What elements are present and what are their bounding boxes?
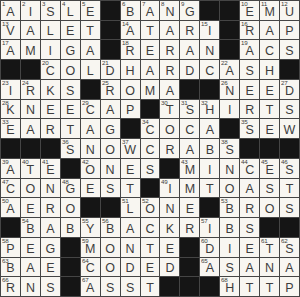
letter-cell[interactable]: E: [41, 100, 61, 120]
letter-cell[interactable]: 43M: [180, 159, 200, 179]
cell-letter: T: [260, 282, 279, 295]
letter-cell[interactable]: O: [61, 60, 81, 80]
letter-cell[interactable]: 22A: [220, 60, 240, 80]
letter-cell[interactable]: A: [141, 60, 161, 80]
letter-cell[interactable]: S: [260, 179, 280, 199]
cell-letter: G: [61, 45, 80, 58]
letter-cell[interactable]: S: [101, 277, 121, 297]
letter-cell[interactable]: E: [240, 238, 260, 258]
letter-cell[interactable]: E: [260, 80, 280, 100]
letter-cell[interactable]: R: [180, 21, 200, 41]
letter-cell[interactable]: 48G: [61, 179, 81, 199]
black-cell: [160, 277, 180, 297]
letter-cell[interactable]: G: [101, 119, 121, 139]
letter-cell[interactable]: L: [81, 60, 101, 80]
cell-letter: E: [81, 6, 100, 19]
letter-cell[interactable]: 46S: [280, 159, 300, 179]
cell-letter: T: [260, 104, 279, 117]
letter-cell[interactable]: T: [81, 21, 101, 41]
cell-letter: M: [21, 45, 40, 58]
cell-letter: L: [121, 203, 140, 216]
letter-cell[interactable]: 36S: [61, 139, 81, 159]
cell-letter: A: [160, 85, 179, 98]
letter-cell[interactable]: C: [200, 60, 220, 80]
letter-cell[interactable]: 24R: [21, 80, 41, 100]
letter-cell[interactable]: M: [180, 179, 200, 199]
letter-cell[interactable]: 13V: [1, 21, 21, 41]
letter-cell[interactable]: 31S: [180, 100, 200, 120]
cell-letter: A: [1, 164, 20, 177]
letter-cell[interactable]: N: [260, 258, 280, 278]
letter-cell[interactable]: 35S: [240, 119, 260, 139]
letter-cell[interactable]: H: [121, 60, 141, 80]
letter-cell[interactable]: 61T: [260, 238, 280, 258]
letter-cell[interactable]: T: [141, 277, 161, 297]
cell-letter: E: [41, 104, 60, 117]
cell-letter: S: [280, 104, 299, 117]
cell-letter: I: [220, 243, 239, 256]
letter-cell[interactable]: A: [21, 258, 41, 278]
letter-cell[interactable]: G: [61, 40, 81, 60]
letter-cell[interactable]: 42O: [81, 159, 101, 179]
black-cell: [200, 80, 220, 100]
cell-letter: T: [141, 282, 160, 295]
letter-cell[interactable]: 30T: [160, 100, 180, 120]
cell-letter: E: [1, 124, 20, 137]
letter-cell[interactable]: E: [21, 238, 41, 258]
letter-cell[interactable]: S: [41, 277, 61, 297]
black-cell: [61, 277, 81, 297]
letter-cell[interactable]: T: [141, 21, 161, 41]
cell-letter: A: [180, 45, 199, 58]
letter-cell[interactable]: T: [260, 277, 280, 297]
cell-letter: S: [240, 65, 259, 78]
letter-cell[interactable]: P: [121, 100, 141, 120]
cell-letter: P: [1, 243, 20, 256]
black-cell: [141, 100, 161, 120]
cell-letter: N: [260, 262, 279, 275]
cell-letter: S: [121, 282, 140, 295]
letter-cell[interactable]: 27D: [280, 80, 300, 100]
letter-cell[interactable]: 56B: [101, 218, 121, 238]
cell-letter: L: [61, 6, 80, 19]
letter-cell[interactable]: M: [21, 40, 41, 60]
letter-cell[interactable]: 37W: [121, 139, 141, 159]
cell-letter: H: [220, 282, 239, 295]
cell-letter: H: [121, 65, 140, 78]
cell-letter: B: [121, 6, 140, 19]
black-cell: [1, 139, 21, 159]
letter-cell[interactable]: N: [101, 159, 121, 179]
letter-cell[interactable]: I: [220, 238, 240, 258]
letter-cell[interactable]: O: [21, 179, 41, 199]
letter-cell[interactable]: N: [220, 159, 240, 179]
letter-cell[interactable]: 1A: [1, 1, 21, 21]
cell-letter: A: [180, 144, 199, 157]
letter-cell[interactable]: 64C: [81, 258, 101, 278]
black-cell: [1, 218, 21, 238]
letter-cell[interactable]: E: [180, 198, 200, 218]
letter-cell[interactable]: 19A: [240, 40, 260, 60]
letter-cell[interactable]: S: [61, 80, 81, 100]
letter-cell[interactable]: 8N: [160, 1, 180, 21]
cell-letter: E: [41, 164, 60, 177]
letter-cell[interactable]: A: [280, 258, 300, 278]
letter-cell[interactable]: A: [121, 218, 141, 238]
letter-cell[interactable]: H: [260, 60, 280, 80]
cell-letter: T: [141, 25, 160, 38]
letter-cell[interactable]: D: [180, 60, 200, 80]
black-cell: [21, 60, 41, 80]
cell-letter: T: [160, 104, 179, 117]
cell-letter: A: [240, 262, 259, 275]
cell-letter: O: [141, 203, 160, 216]
letter-cell[interactable]: D: [121, 258, 141, 278]
letter-cell[interactable]: 17A: [1, 40, 21, 60]
cell-letter: E: [240, 243, 259, 256]
letter-cell[interactable]: 44C: [240, 159, 260, 179]
cell-letter: R: [180, 25, 199, 38]
letter-cell[interactable]: 38S: [220, 139, 240, 159]
letter-cell[interactable]: T: [240, 277, 260, 297]
black-cell: [220, 1, 240, 21]
letter-cell[interactable]: B: [220, 218, 240, 238]
letter-cell[interactable]: T: [200, 179, 220, 199]
letter-cell[interactable]: R: [160, 139, 180, 159]
letter-cell[interactable]: T: [61, 119, 81, 139]
letter-cell[interactable]: 68H: [220, 277, 240, 297]
cell-letter: E: [141, 262, 160, 275]
cell-letter: G: [180, 6, 199, 19]
letter-cell[interactable]: E: [81, 179, 101, 199]
letter-cell[interactable]: E: [260, 119, 280, 139]
letter-cell[interactable]: 29C: [81, 100, 101, 120]
cell-letter: T: [61, 124, 80, 137]
cell-letter: A: [81, 45, 100, 58]
cell-letter: B: [220, 203, 239, 216]
cell-letter: M: [81, 243, 100, 256]
letter-cell[interactable]: 40T: [21, 159, 41, 179]
cell-letter: E: [260, 164, 279, 177]
cell-letter: E: [240, 6, 259, 19]
letter-cell[interactable]: 25R: [101, 80, 121, 100]
cell-letter: A: [200, 262, 219, 275]
letter-cell[interactable]: A: [21, 119, 41, 139]
letter-cell[interactable]: 49I: [160, 179, 180, 199]
cell-letter: D: [180, 65, 199, 78]
letter-cell[interactable]: 32H: [200, 100, 220, 120]
black-cell: [141, 179, 161, 199]
letter-cell[interactable]: N: [121, 238, 141, 258]
cell-letter: S: [280, 45, 299, 58]
letter-cell[interactable]: S: [141, 159, 161, 179]
letter-cell[interactable]: E: [141, 258, 161, 278]
letter-cell[interactable]: C: [180, 119, 200, 139]
letter-cell[interactable]: O: [260, 198, 280, 218]
letter-cell[interactable]: W: [280, 119, 300, 139]
letter-cell[interactable]: N: [200, 40, 220, 60]
letter-cell[interactable]: K: [41, 80, 61, 100]
letter-cell[interactable]: E: [61, 100, 81, 120]
black-cell: [81, 198, 101, 218]
black-cell: [260, 218, 280, 238]
letter-cell[interactable]: 67A: [81, 277, 101, 297]
letter-cell[interactable]: A: [160, 80, 180, 100]
letter-cell[interactable]: A: [200, 119, 220, 139]
letter-cell[interactable]: E: [41, 258, 61, 278]
black-cell: [21, 139, 41, 159]
letter-cell[interactable]: R: [240, 100, 260, 120]
cell-letter: K: [160, 223, 179, 236]
letter-cell[interactable]: O: [101, 139, 121, 159]
black-cell: [180, 238, 200, 258]
letter-cell[interactable]: 47C: [1, 179, 21, 199]
letter-cell[interactable]: P: [280, 21, 300, 41]
letter-cell[interactable]: N: [41, 179, 61, 199]
letter-cell[interactable]: I: [220, 100, 240, 120]
cell-letter: S: [240, 124, 259, 137]
cell-letter: R: [101, 85, 120, 98]
letter-cell[interactable]: A: [260, 21, 280, 41]
cell-letter: G: [41, 243, 60, 256]
letter-cell[interactable]: A: [41, 218, 61, 238]
letter-cell[interactable]: O: [61, 198, 81, 218]
letter-cell[interactable]: E: [61, 21, 81, 41]
cell-letter: R: [240, 203, 259, 216]
letter-cell[interactable]: I: [41, 40, 61, 60]
letter-cell[interactable]: 57I: [200, 218, 220, 238]
cell-letter: S: [141, 164, 160, 177]
letter-cell[interactable]: O: [160, 119, 180, 139]
letter-cell[interactable]: R: [240, 198, 260, 218]
black-cell: [280, 218, 300, 238]
letter-cell[interactable]: 66R: [1, 277, 21, 297]
letter-cell[interactable]: R: [41, 198, 61, 218]
cell-letter: N: [21, 104, 40, 117]
black-cell: [180, 277, 200, 297]
cell-letter: O: [81, 164, 100, 177]
cell-letter: E: [81, 183, 100, 196]
cell-letter: S: [280, 243, 299, 256]
letter-cell[interactable]: 50A: [1, 198, 21, 218]
cell-letter: S: [220, 144, 239, 157]
letter-cell[interactable]: 6B: [121, 1, 141, 21]
letter-cell[interactable]: 51L: [121, 198, 141, 218]
cell-letter: D: [280, 85, 299, 98]
cell-letter: R: [160, 65, 179, 78]
cell-letter: K: [1, 104, 20, 117]
cell-letter: N: [101, 164, 120, 177]
letter-cell[interactable]: M: [141, 80, 161, 100]
letter-cell[interactable]: A: [81, 40, 101, 60]
letter-cell[interactable]: R: [160, 60, 180, 80]
cell-letter: T: [240, 282, 259, 295]
letter-cell[interactable]: A: [81, 119, 101, 139]
letter-cell[interactable]: N: [21, 277, 41, 297]
letter-cell[interactable]: 41E: [41, 159, 61, 179]
cell-letter: R: [1, 282, 20, 295]
letter-cell[interactable]: 26N: [220, 80, 240, 100]
letter-cell[interactable]: 45E: [260, 159, 280, 179]
letter-cell[interactable]: 59M: [81, 238, 101, 258]
cell-letter: N: [81, 144, 100, 157]
letter-cell[interactable]: 39A: [1, 159, 21, 179]
cell-letter: I: [41, 45, 60, 58]
cell-letter: N: [121, 243, 140, 256]
letter-cell[interactable]: R: [41, 119, 61, 139]
letter-cell[interactable]: I: [200, 159, 220, 179]
black-cell: [41, 139, 61, 159]
letter-cell[interactable]: 34C: [141, 119, 161, 139]
black-cell: [220, 119, 240, 139]
letter-cell[interactable]: P: [280, 277, 300, 297]
cell-letter: T: [260, 243, 279, 256]
letter-cell[interactable]: 63B: [1, 258, 21, 278]
letter-cell[interactable]: T: [121, 179, 141, 199]
letter-cell[interactable]: 52O: [141, 198, 161, 218]
letter-cell[interactable]: 15I: [200, 21, 220, 41]
letter-cell[interactable]: 55Y: [81, 218, 101, 238]
cell-letter: E: [61, 104, 80, 117]
letter-cell[interactable]: B: [200, 139, 220, 159]
letter-cell[interactable]: E: [160, 238, 180, 258]
letter-cell[interactable]: 2I: [21, 1, 41, 21]
letter-cell[interactable]: A: [160, 21, 180, 41]
black-cell: [160, 159, 180, 179]
letter-cell[interactable]: T: [141, 238, 161, 258]
black-cell: [101, 40, 121, 60]
letter-cell[interactable]: 10E: [240, 1, 260, 21]
cell-letter: C: [141, 124, 160, 137]
letter-cell[interactable]: 20C: [41, 60, 61, 80]
letter-cell[interactable]: E: [121, 159, 141, 179]
cell-letter: N: [160, 203, 179, 216]
cell-letter: T: [81, 25, 100, 38]
cell-letter: C: [240, 164, 259, 177]
letter-cell[interactable]: C: [141, 218, 161, 238]
letter-cell[interactable]: T: [260, 100, 280, 120]
letter-cell[interactable]: 5E: [81, 1, 101, 21]
letter-cell[interactable]: N: [160, 198, 180, 218]
letter-cell[interactable]: 11M: [260, 1, 280, 21]
cell-letter: C: [180, 124, 199, 137]
letter-cell[interactable]: 4L: [61, 1, 81, 21]
cell-letter: A: [220, 65, 239, 78]
cell-letter: N: [41, 183, 60, 196]
letter-cell[interactable]: N: [21, 100, 41, 120]
letter-cell[interactable]: 65A: [200, 258, 220, 278]
letter-cell[interactable]: R: [160, 40, 180, 60]
letter-cell[interactable]: A: [180, 139, 200, 159]
letter-cell[interactable]: C: [141, 139, 161, 159]
cell-letter: A: [160, 25, 179, 38]
letter-cell[interactable]: O: [101, 258, 121, 278]
cell-letter: O: [260, 203, 279, 216]
letter-cell[interactable]: E: [240, 80, 260, 100]
letter-cell[interactable]: S: [280, 198, 300, 218]
cell-letter: A: [121, 223, 140, 236]
cell-letter: A: [280, 262, 299, 275]
letter-cell[interactable]: A: [101, 100, 121, 120]
letter-cell[interactable]: 3S: [41, 1, 61, 21]
letter-cell[interactable]: 14A: [121, 21, 141, 41]
letter-cell[interactable]: B: [61, 218, 81, 238]
cell-letter: O: [101, 144, 120, 157]
cell-letter: S: [41, 6, 60, 19]
letter-cell[interactable]: 23I: [1, 80, 21, 100]
letter-cell[interactable]: 54B: [21, 218, 41, 238]
letter-cell[interactable]: E: [141, 40, 161, 60]
black-cell: [200, 277, 220, 297]
cell-letter: A: [240, 45, 259, 58]
letter-cell[interactable]: G: [41, 238, 61, 258]
cell-letter: P: [280, 282, 299, 295]
letter-cell[interactable]: A: [21, 21, 41, 41]
letter-cell[interactable]: D: [160, 258, 180, 278]
cell-letter: V: [1, 25, 20, 38]
letter-cell[interactable]: T: [280, 179, 300, 199]
cell-letter: W: [121, 144, 140, 157]
letter-cell[interactable]: 12U: [280, 1, 300, 21]
letter-cell[interactable]: 60D: [200, 238, 220, 258]
letter-cell[interactable]: S: [121, 277, 141, 297]
letter-cell[interactable]: S: [220, 258, 240, 278]
cell-letter: O: [220, 183, 239, 196]
letter-cell[interactable]: K: [160, 218, 180, 238]
black-cell: [180, 258, 200, 278]
letter-cell[interactable]: 28K: [1, 100, 21, 120]
cell-letter: E: [240, 85, 259, 98]
letter-cell[interactable]: R: [180, 218, 200, 238]
cell-letter: E: [61, 25, 80, 38]
letter-cell[interactable]: 9G: [180, 1, 200, 21]
letter-cell[interactable]: 58P: [1, 238, 21, 258]
letter-cell[interactable]: A: [240, 179, 260, 199]
cell-letter: E: [141, 45, 160, 58]
letter-cell[interactable]: 33E: [1, 119, 21, 139]
cell-letter: T: [280, 183, 299, 196]
letter-cell[interactable]: S: [280, 100, 300, 120]
letter-cell[interactable]: S: [240, 218, 260, 238]
letter-cell[interactable]: A: [240, 258, 260, 278]
letter-cell[interactable]: 21D: [101, 60, 121, 80]
cell-letter: A: [141, 65, 160, 78]
letter-cell[interactable]: S: [101, 179, 121, 199]
cell-letter: D: [101, 65, 120, 78]
letter-cell[interactable]: 18R: [121, 40, 141, 60]
letter-cell[interactable]: A: [180, 40, 200, 60]
letter-cell[interactable]: 16R: [240, 21, 260, 41]
letter-cell[interactable]: S: [280, 40, 300, 60]
cell-letter: A: [1, 6, 20, 19]
letter-cell[interactable]: S: [240, 60, 260, 80]
cell-letter: A: [21, 262, 40, 275]
letter-cell[interactable]: O: [220, 179, 240, 199]
cell-letter: P: [121, 104, 140, 117]
letter-cell[interactable]: C: [260, 40, 280, 60]
letter-cell[interactable]: O: [101, 238, 121, 258]
letter-cell[interactable]: L: [41, 21, 61, 41]
cell-letter: A: [240, 183, 259, 196]
letter-cell[interactable]: O: [121, 80, 141, 100]
letter-cell[interactable]: E: [21, 198, 41, 218]
letter-cell[interactable]: 7A: [141, 1, 161, 21]
letter-cell[interactable]: 62S: [280, 238, 300, 258]
cell-letter: O: [101, 243, 120, 256]
letter-cell[interactable]: 53B: [220, 198, 240, 218]
letter-cell[interactable]: N: [81, 139, 101, 159]
cell-letter: A: [260, 25, 279, 38]
